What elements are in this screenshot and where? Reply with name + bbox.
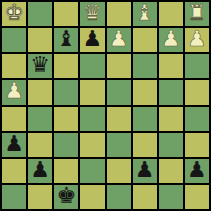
square-d2[interactable] [80, 159, 104, 183]
square-f3[interactable] [133, 133, 157, 157]
square-g8[interactable] [159, 2, 183, 26]
square-c5[interactable] [54, 80, 78, 104]
square-e1[interactable] [107, 185, 131, 209]
black-queen-piece[interactable]: ♛ [30, 54, 50, 76]
square-d3[interactable] [80, 133, 104, 157]
square-b1[interactable] [28, 185, 52, 209]
black-bishop-piece[interactable]: ♝ [56, 28, 76, 50]
black-pawn-piece[interactable]: ♟ [187, 159, 207, 181]
square-b6[interactable]: ♛ [28, 54, 52, 78]
square-g3[interactable] [159, 133, 183, 157]
square-f8[interactable]: ♝ [133, 2, 157, 26]
square-g7[interactable]: ♟ [159, 28, 183, 52]
square-e4[interactable] [107, 107, 131, 131]
square-c4[interactable] [54, 107, 78, 131]
square-d4[interactable] [80, 107, 104, 131]
square-a8[interactable]: ♚ [2, 2, 26, 26]
square-a7[interactable] [2, 28, 26, 52]
white-rook-piece[interactable]: ♜ [187, 2, 207, 24]
square-f4[interactable] [133, 107, 157, 131]
square-d7[interactable]: ♟ [80, 28, 104, 52]
square-h5[interactable] [185, 80, 209, 104]
square-c2[interactable] [54, 159, 78, 183]
square-e2[interactable] [107, 159, 131, 183]
square-d5[interactable] [80, 80, 104, 104]
chess-board: ♚♛♝♜♝♟♟♟♟♛♟♟♟♟♟♚ [2, 2, 209, 209]
white-bishop-piece[interactable]: ♝ [135, 2, 155, 24]
square-a3[interactable]: ♟ [2, 133, 26, 157]
square-f6[interactable] [133, 54, 157, 78]
square-f7[interactable] [133, 28, 157, 52]
square-b3[interactable] [28, 133, 52, 157]
board-frame: ♚♛♝♜♝♟♟♟♟♛♟♟♟♟♟♚ [0, 0, 211, 211]
square-a5[interactable]: ♟ [2, 80, 26, 104]
square-h4[interactable] [185, 107, 209, 131]
square-c6[interactable] [54, 54, 78, 78]
white-pawn-piece[interactable]: ♟ [161, 28, 181, 50]
square-h1[interactable] [185, 185, 209, 209]
square-e5[interactable] [107, 80, 131, 104]
black-pawn-piece[interactable]: ♟ [4, 133, 24, 155]
square-d8[interactable]: ♛ [80, 2, 104, 26]
square-g6[interactable] [159, 54, 183, 78]
square-a4[interactable] [2, 107, 26, 131]
black-pawn-piece[interactable]: ♟ [135, 159, 155, 181]
square-d1[interactable] [80, 185, 104, 209]
white-pawn-piece[interactable]: ♟ [109, 28, 129, 50]
white-pawn-piece[interactable]: ♟ [4, 80, 24, 102]
square-g1[interactable] [159, 185, 183, 209]
square-d6[interactable] [80, 54, 104, 78]
white-queen-piece[interactable]: ♛ [83, 2, 103, 24]
black-pawn-piece[interactable]: ♟ [30, 159, 50, 181]
square-c1[interactable]: ♚ [54, 185, 78, 209]
square-g4[interactable] [159, 107, 183, 131]
square-h7[interactable]: ♟ [185, 28, 209, 52]
square-g5[interactable] [159, 80, 183, 104]
square-e8[interactable] [107, 2, 131, 26]
square-c7[interactable]: ♝ [54, 28, 78, 52]
square-c3[interactable] [54, 133, 78, 157]
square-e7[interactable]: ♟ [107, 28, 131, 52]
square-h3[interactable] [185, 133, 209, 157]
square-h8[interactable]: ♜ [185, 2, 209, 26]
square-c8[interactable] [54, 2, 78, 26]
square-e6[interactable] [107, 54, 131, 78]
white-king-piece[interactable]: ♚ [4, 2, 24, 24]
square-h2[interactable]: ♟ [185, 159, 209, 183]
square-b7[interactable] [28, 28, 52, 52]
square-f5[interactable] [133, 80, 157, 104]
square-a1[interactable] [2, 185, 26, 209]
square-h6[interactable] [185, 54, 209, 78]
square-b5[interactable] [28, 80, 52, 104]
white-pawn-piece[interactable]: ♟ [187, 28, 207, 50]
square-f1[interactable] [133, 185, 157, 209]
square-a2[interactable] [2, 159, 26, 183]
square-b2[interactable]: ♟ [28, 159, 52, 183]
square-b4[interactable] [28, 107, 52, 131]
square-e3[interactable] [107, 133, 131, 157]
black-king-piece[interactable]: ♚ [56, 185, 76, 207]
square-a6[interactable] [2, 54, 26, 78]
black-pawn-piece[interactable]: ♟ [83, 28, 103, 50]
square-g2[interactable] [159, 159, 183, 183]
square-f2[interactable]: ♟ [133, 159, 157, 183]
square-b8[interactable] [28, 2, 52, 26]
